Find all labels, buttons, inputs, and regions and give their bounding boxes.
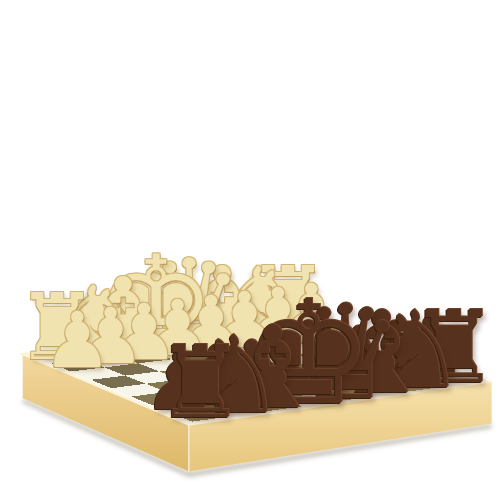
chess-board-box xyxy=(0,0,500,500)
chess-set-photo: ♜♞♝♛♚♝♞♜♟♟♟♟♟♟♟♟♟♟♟♟♟♟♟♟♜♞♝♛♚♝♞♜ xyxy=(0,0,500,500)
